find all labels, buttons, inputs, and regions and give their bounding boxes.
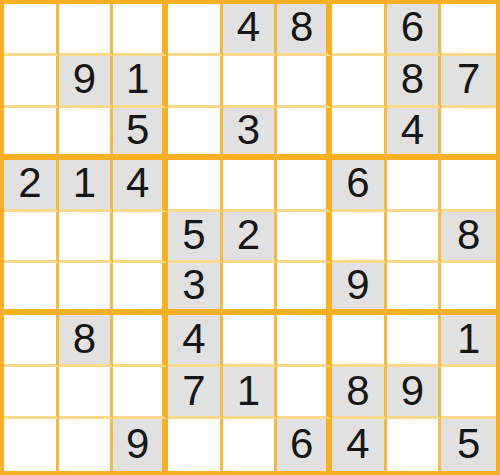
cell-r7c4: 4 [168,315,223,367]
given-digit: 7 [457,58,480,100]
cell-r2c9: 7 [441,56,496,108]
cell-r4c7: 6 [332,160,387,212]
cell-r9c4[interactable] [168,419,223,471]
cell-r6c2[interactable] [59,263,114,315]
cell-r9c6: 6 [277,419,332,471]
given-digit: 9 [73,58,96,100]
cell-r8c9[interactable] [441,367,496,419]
cell-r1c2[interactable] [59,4,114,56]
given-digit: 1 [126,58,149,100]
cell-r6c3[interactable] [113,263,168,315]
cell-r8c4: 7 [168,367,223,419]
cell-r3c3: 5 [113,108,168,160]
cell-r1c9[interactable] [441,4,496,56]
cell-r7c7[interactable] [332,315,387,367]
cell-r6c4: 3 [168,263,223,315]
cell-r8c8: 9 [387,367,442,419]
cell-r8c1[interactable] [4,367,59,419]
cell-r2c1[interactable] [4,56,59,108]
cell-r7c2: 8 [59,315,114,367]
given-digit: 4 [237,6,260,48]
given-digit: 8 [401,58,424,100]
given-digit: 8 [73,318,96,360]
cell-r5c6[interactable] [277,212,332,264]
sudoku-board: 486918753421465283984171899645 [0,0,500,475]
cell-r9c8[interactable] [387,419,442,471]
cell-r3c4[interactable] [168,108,223,160]
given-digit: 9 [126,423,149,465]
cell-r4c9[interactable] [441,160,496,212]
given-digit: 2 [18,162,41,204]
given-digit: 5 [182,214,205,256]
cell-r5c1[interactable] [4,212,59,264]
cell-r7c8[interactable] [387,315,442,367]
given-digit: 7 [182,370,205,412]
cell-r1c8: 6 [387,4,442,56]
given-digit: 9 [401,370,424,412]
cell-r2c4[interactable] [168,56,223,108]
cell-r4c4[interactable] [168,160,223,212]
cell-r6c7: 9 [332,263,387,315]
cell-r8c7: 8 [332,367,387,419]
cell-r2c5[interactable] [223,56,278,108]
given-digit: 1 [237,370,260,412]
cell-r9c5[interactable] [223,419,278,471]
cell-r6c5[interactable] [223,263,278,315]
given-digit: 1 [457,318,480,360]
cell-r5c5: 2 [223,212,278,264]
cell-r9c7: 4 [332,419,387,471]
cell-r4c2: 1 [59,160,114,212]
cell-r4c1: 2 [4,160,59,212]
cell-r3c5: 3 [223,108,278,160]
cell-r4c3: 4 [113,160,168,212]
cell-r7c5[interactable] [223,315,278,367]
cell-r1c4[interactable] [168,4,223,56]
cell-r9c2[interactable] [59,419,114,471]
given-digit: 3 [182,264,205,306]
given-digit: 6 [401,6,424,48]
cell-r9c1[interactable] [4,419,59,471]
cell-r4c5[interactable] [223,160,278,212]
cell-r2c2: 9 [59,56,114,108]
given-digit: 5 [126,109,149,151]
cell-r3c2[interactable] [59,108,114,160]
cell-r7c3[interactable] [113,315,168,367]
given-digit: 8 [290,6,313,48]
cell-r7c9: 1 [441,315,496,367]
given-digit: 2 [237,214,260,256]
cell-r2c3: 1 [113,56,168,108]
cell-r4c6[interactable] [277,160,332,212]
cell-r4c8[interactable] [387,160,442,212]
cell-r5c2[interactable] [59,212,114,264]
cell-r5c8[interactable] [387,212,442,264]
given-digit: 6 [346,162,369,204]
given-digit: 9 [346,264,369,306]
cell-r1c3[interactable] [113,4,168,56]
cell-r3c8: 4 [387,108,442,160]
cell-r3c6[interactable] [277,108,332,160]
cell-r2c7[interactable] [332,56,387,108]
cell-r9c9: 5 [441,419,496,471]
cell-r2c8: 8 [387,56,442,108]
cell-r1c7[interactable] [332,4,387,56]
given-digit: 1 [73,162,96,204]
cell-r6c1[interactable] [4,263,59,315]
given-digit: 3 [237,109,260,151]
given-digit: 8 [346,370,369,412]
given-digit: 5 [457,423,480,465]
cell-r8c3[interactable] [113,367,168,419]
cell-r6c9[interactable] [441,263,496,315]
cell-r2c6[interactable] [277,56,332,108]
cell-r6c6[interactable] [277,263,332,315]
given-digit: 6 [290,423,313,465]
cell-r5c3[interactable] [113,212,168,264]
cell-r7c1[interactable] [4,315,59,367]
given-digit: 4 [346,423,369,465]
cell-r1c5: 4 [223,4,278,56]
cell-r8c2[interactable] [59,367,114,419]
given-digit: 8 [457,214,480,256]
cell-r7c6[interactable] [277,315,332,367]
cell-r3c7[interactable] [332,108,387,160]
cell-r5c9: 8 [441,212,496,264]
cell-r5c7[interactable] [332,212,387,264]
cell-r9c3: 9 [113,419,168,471]
cell-r3c9[interactable] [441,108,496,160]
cell-r1c6: 8 [277,4,332,56]
given-digit: 4 [182,318,205,360]
cell-r8c5: 1 [223,367,278,419]
cell-r8c6[interactable] [277,367,332,419]
cell-r3c1[interactable] [4,108,59,160]
given-digit: 4 [401,109,424,151]
cell-r5c4: 5 [168,212,223,264]
given-digit: 4 [126,162,149,204]
cell-r6c8[interactable] [387,263,442,315]
cell-r1c1[interactable] [4,4,59,56]
